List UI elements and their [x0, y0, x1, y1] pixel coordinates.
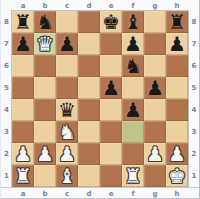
rank-label-7: 7 — [188, 33, 200, 55]
square-d8[interactable] — [78, 11, 100, 33]
piece-white-pawn[interactable]: ♟ — [166, 143, 188, 165]
rank-label-8: 8 — [1, 11, 12, 33]
file-label-a: a — [12, 0, 34, 11]
square-a5[interactable] — [12, 77, 34, 99]
square-f2[interactable] — [122, 143, 144, 165]
square-c2[interactable]: ♟ — [56, 143, 78, 165]
square-e1[interactable] — [100, 165, 122, 187]
piece-black-pawn[interactable]: ♟ — [166, 33, 188, 55]
square-e7[interactable] — [100, 33, 122, 55]
piece-black-pawn[interactable]: ♟ — [122, 33, 144, 55]
file-label-a: a — [12, 188, 34, 199]
rank-label-2: 2 — [188, 143, 200, 165]
piece-black-rook[interactable]: ♜ — [166, 11, 188, 33]
file-label-f: f — [122, 0, 144, 11]
file-label-g: g — [144, 0, 166, 11]
rank-label-3: 3 — [1, 121, 12, 143]
square-b6[interactable] — [34, 55, 56, 77]
rank-labels-right: 87654321 — [188, 11, 200, 187]
piece-black-pawn[interactable]: ♟ — [12, 33, 34, 55]
square-c7[interactable]: ♟ — [56, 33, 78, 55]
square-g2[interactable]: ♟ — [144, 143, 166, 165]
square-b7[interactable]: ♛ — [34, 33, 56, 55]
piece-white-pawn[interactable]: ♟ — [34, 143, 56, 165]
square-c8[interactable] — [56, 11, 78, 33]
square-b4[interactable] — [34, 99, 56, 121]
piece-black-bishop[interactable]: ♝ — [122, 11, 144, 33]
square-e3[interactable] — [100, 121, 122, 143]
file-label-e: e — [100, 188, 122, 199]
piece-white-queen[interactable]: ♛ — [34, 33, 56, 55]
file-label-h: h — [166, 188, 188, 199]
file-label-b: b — [34, 188, 56, 199]
rank-label-2: 2 — [1, 143, 12, 165]
rank-label-4: 4 — [1, 99, 12, 121]
piece-black-pawn[interactable]: ♟ — [100, 77, 122, 99]
square-g3[interactable] — [144, 121, 166, 143]
rank-label-6: 6 — [1, 55, 12, 77]
file-label-e: e — [100, 0, 122, 11]
square-f1[interactable]: ♜ — [122, 165, 144, 187]
file-label-d: d — [78, 0, 100, 11]
piece-black-knight[interactable]: ♞ — [34, 11, 56, 33]
square-c1[interactable]: ♝ — [56, 165, 78, 187]
rank-label-5: 5 — [188, 77, 200, 99]
square-h3[interactable] — [166, 121, 188, 143]
square-h4[interactable] — [166, 99, 188, 121]
square-c3[interactable]: ♞ — [56, 121, 78, 143]
file-label-c: c — [56, 188, 78, 199]
piece-white-pawn[interactable]: ♟ — [56, 143, 78, 165]
square-d3[interactable] — [78, 121, 100, 143]
piece-black-king[interactable]: ♚ — [100, 11, 122, 33]
file-label-f: f — [122, 188, 144, 199]
piece-black-pawn[interactable]: ♟ — [56, 33, 78, 55]
piece-white-rook[interactable]: ♜ — [12, 165, 34, 187]
square-d5[interactable] — [78, 77, 100, 99]
piece-black-pawn[interactable]: ♟ — [144, 77, 166, 99]
square-e5[interactable]: ♟ — [100, 77, 122, 99]
file-label-h: h — [166, 0, 188, 11]
piece-black-pawn[interactable]: ♟ — [122, 99, 144, 121]
square-a4[interactable] — [12, 99, 34, 121]
square-e2[interactable] — [100, 143, 122, 165]
square-f3[interactable] — [122, 121, 144, 143]
square-a7[interactable]: ♟ — [12, 33, 34, 55]
rank-label-1: 1 — [188, 165, 200, 187]
square-d7[interactable] — [78, 33, 100, 55]
square-f5[interactable] — [122, 77, 144, 99]
board-bottom-edge-line — [1, 187, 200, 188]
square-g6[interactable] — [144, 55, 166, 77]
square-d2[interactable] — [78, 143, 100, 165]
piece-white-knight[interactable]: ♞ — [56, 121, 78, 143]
chess-board: ♜♞♚♝♜♟♛♟♟♟♞♟♟♛♟♞♟♟♟♟♟♜♝♜♚ — [12, 11, 188, 187]
square-h5[interactable] — [166, 77, 188, 99]
square-b5[interactable] — [34, 77, 56, 99]
square-f8[interactable]: ♝ — [122, 11, 144, 33]
square-d4[interactable] — [78, 99, 100, 121]
rank-label-3: 3 — [188, 121, 200, 143]
file-label-g: g — [144, 188, 166, 199]
square-g5[interactable]: ♟ — [144, 77, 166, 99]
square-f6[interactable]: ♞ — [122, 55, 144, 77]
file-labels-bottom: abcdefgh — [12, 188, 188, 199]
rank-labels-left: 87654321 — [1, 11, 12, 187]
file-label-c: c — [56, 0, 78, 11]
square-g4[interactable] — [144, 99, 166, 121]
square-b8[interactable]: ♞ — [34, 11, 56, 33]
square-e4[interactable] — [100, 99, 122, 121]
piece-white-rook[interactable]: ♜ — [122, 165, 144, 187]
piece-white-pawn[interactable]: ♟ — [144, 143, 166, 165]
square-c5[interactable] — [56, 77, 78, 99]
rank-label-6: 6 — [188, 55, 200, 77]
file-label-d: d — [78, 188, 100, 199]
square-a8[interactable]: ♜ — [12, 11, 34, 33]
square-f7[interactable]: ♟ — [122, 33, 144, 55]
square-a3[interactable] — [12, 121, 34, 143]
piece-black-rook[interactable]: ♜ — [12, 11, 34, 33]
rank-label-1: 1 — [1, 165, 12, 187]
square-g1[interactable] — [144, 165, 166, 187]
square-c4[interactable]: ♛ — [56, 99, 78, 121]
rank-label-8: 8 — [188, 11, 200, 33]
file-label-b: b — [34, 0, 56, 11]
square-b2[interactable]: ♟ — [34, 143, 56, 165]
square-h6[interactable] — [166, 55, 188, 77]
square-b1[interactable] — [34, 165, 56, 187]
square-d6[interactable] — [78, 55, 100, 77]
square-e8[interactable]: ♚ — [100, 11, 122, 33]
square-c6[interactable] — [56, 55, 78, 77]
piece-black-queen[interactable]: ♛ — [56, 99, 78, 121]
square-e6[interactable] — [100, 55, 122, 77]
rank-label-7: 7 — [1, 33, 12, 55]
square-a2[interactable]: ♟ — [12, 143, 34, 165]
square-g7[interactable] — [144, 33, 166, 55]
square-h2[interactable]: ♟ — [166, 143, 188, 165]
rank-label-5: 5 — [1, 77, 12, 99]
piece-white-bishop[interactable]: ♝ — [56, 165, 78, 187]
file-labels-top: abcdefgh — [12, 0, 188, 11]
square-a1[interactable]: ♜ — [12, 165, 34, 187]
square-b3[interactable] — [34, 121, 56, 143]
piece-black-knight[interactable]: ♞ — [122, 55, 144, 77]
square-h8[interactable]: ♜ — [166, 11, 188, 33]
square-h1[interactable]: ♚ — [166, 165, 188, 187]
square-f4[interactable]: ♟ — [122, 99, 144, 121]
rank-label-4: 4 — [188, 99, 200, 121]
chess-board-panel: abcdefgh 87654321 ♜♞♚♝♜♟♛♟♟♟♞♟♟♛♟♞♟♟♟♟♟♜… — [0, 0, 200, 199]
square-a6[interactable] — [12, 55, 34, 77]
piece-white-pawn[interactable]: ♟ — [12, 143, 34, 165]
square-d1[interactable] — [78, 165, 100, 187]
square-g8[interactable] — [144, 11, 166, 33]
piece-white-king[interactable]: ♚ — [166, 165, 188, 187]
square-h7[interactable]: ♟ — [166, 33, 188, 55]
